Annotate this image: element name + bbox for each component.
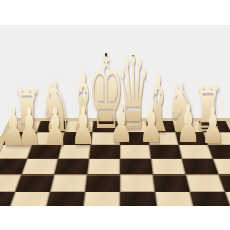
piece-pawn-d2[interactable]: ♟ <box>109 98 133 150</box>
piece-pawn-b2[interactable]: ♟ <box>176 98 200 150</box>
piece-pawn-g2[interactable]: ♟ <box>17 101 41 153</box>
bottom-white-strip <box>0 206 230 230</box>
piece-pawn-e2[interactable]: ♟ <box>71 100 95 152</box>
piece-pawn-c2[interactable]: ♟ <box>139 98 163 150</box>
piece-pawn-a2[interactable]: ♟ <box>201 101 224 151</box>
top-white-strip <box>0 0 230 25</box>
piece-pawn-f2[interactable]: ♟ <box>43 101 67 153</box>
pieces-layer: ♜♞♝♚♛♝♞♜♟♟♟♟♟♟♟♟ <box>0 0 230 230</box>
stage: ♜♞♝♚♛♝♞♜♟♟♟♟♟♟♟♟ <box>0 0 230 230</box>
